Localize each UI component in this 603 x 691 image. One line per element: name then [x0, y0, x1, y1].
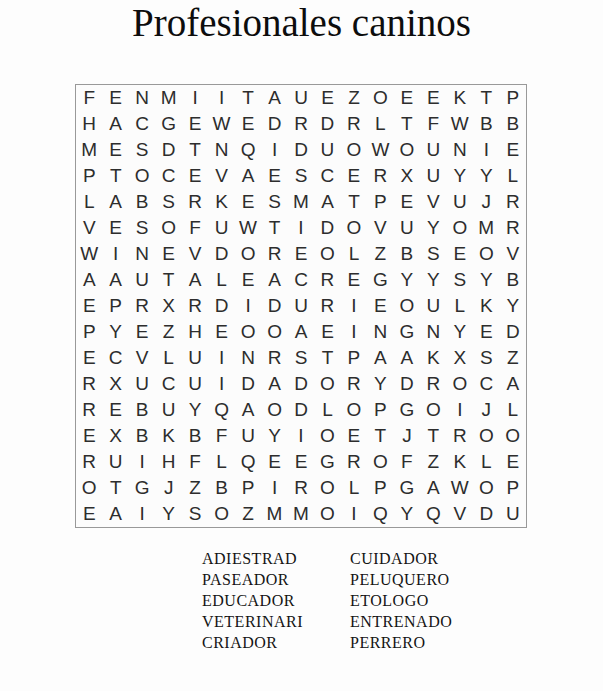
grid-cell-r12c8[interactable]: A — [261, 371, 287, 397]
grid-cell-r15c14[interactable]: Z — [420, 449, 446, 475]
grid-cell-r10c4[interactable]: Z — [155, 319, 181, 345]
grid-cell-r11c15[interactable]: X — [447, 345, 473, 371]
grid-cell-r6c11[interactable]: O — [341, 215, 367, 241]
grid-cell-r4c7[interactable]: A — [235, 163, 261, 189]
grid-cell-r6c14[interactable]: Y — [420, 215, 446, 241]
grid-cell-r6c2[interactable]: E — [102, 215, 128, 241]
grid-cell-r13c6[interactable]: Q — [208, 397, 234, 423]
grid-cell-r16c12[interactable]: P — [367, 475, 393, 501]
grid-cell-r16c6[interactable]: B — [208, 475, 234, 501]
grid-cell-r2c2[interactable]: A — [102, 111, 128, 137]
grid-cell-r16c15[interactable]: W — [447, 475, 473, 501]
grid-cell-r1c13[interactable]: E — [394, 85, 420, 111]
grid-cell-r8c12[interactable]: G — [367, 267, 393, 293]
word-item: PERRERO — [350, 632, 452, 653]
grid-cell-r1c16[interactable]: T — [473, 85, 499, 111]
grid-cell-r8c4[interactable]: T — [155, 267, 181, 293]
grid-cell-r2c16[interactable]: B — [473, 111, 499, 137]
grid-cell-r7c2[interactable]: I — [102, 241, 128, 267]
grid-cell-r7c12[interactable]: Z — [367, 241, 393, 267]
grid-cell-r6c15[interactable]: O — [447, 215, 473, 241]
grid-cell-r3c5[interactable]: T — [182, 137, 208, 163]
grid-cell-r2c7[interactable]: E — [235, 111, 261, 137]
grid-cell-r12c4[interactable]: C — [155, 371, 181, 397]
grid-cell-r16c13[interactable]: G — [394, 475, 420, 501]
grid-cell-r9c8[interactable]: D — [261, 293, 287, 319]
grid-cell-r6c5[interactable]: F — [182, 215, 208, 241]
grid-cell-r5c10[interactable]: A — [314, 189, 340, 215]
grid-cell-r1c5[interactable]: I — [182, 85, 208, 111]
grid-cell-r13c14[interactable]: O — [420, 397, 446, 423]
grid-cell-r4c9[interactable]: S — [288, 163, 314, 189]
grid-cell-r12c3[interactable]: U — [129, 371, 155, 397]
grid-cell-r13c7[interactable]: A — [235, 397, 261, 423]
grid-cell-r2c6[interactable]: W — [208, 111, 234, 137]
grid-cell-r12c12[interactable]: Y — [367, 371, 393, 397]
grid-cell-r5c9[interactable]: M — [288, 189, 314, 215]
grid-cell-r10c11[interactable]: I — [341, 319, 367, 345]
grid-cell-r10c16[interactable]: E — [473, 319, 499, 345]
grid-cell-r17c13[interactable]: Y — [394, 501, 420, 527]
grid-cell-r14c11[interactable]: E — [341, 423, 367, 449]
grid-cell-r16c14[interactable]: A — [420, 475, 446, 501]
grid-cell-r3c14[interactable]: U — [420, 137, 446, 163]
grid-cell-r17c3[interactable]: I — [129, 501, 155, 527]
grid-cell-r9c2[interactable]: P — [102, 293, 128, 319]
grid-cell-r7c10[interactable]: O — [314, 241, 340, 267]
grid-cell-r13c3[interactable]: B — [129, 397, 155, 423]
grid-cell-r15c4[interactable]: H — [155, 449, 181, 475]
grid-cell-r15c9[interactable]: E — [288, 449, 314, 475]
grid-cell-r6c17[interactable]: R — [500, 215, 526, 241]
grid-cell-r2c11[interactable]: R — [341, 111, 367, 137]
grid-cell-r15c8[interactable]: E — [261, 449, 287, 475]
grid-cell-r16c16[interactable]: O — [473, 475, 499, 501]
grid-cell-r5c2[interactable]: A — [102, 189, 128, 215]
grid-cell-r15c3[interactable]: I — [129, 449, 155, 475]
grid-cell-r7c8[interactable]: R — [261, 241, 287, 267]
grid-cell-r13c13[interactable]: G — [394, 397, 420, 423]
grid-cell-r11c16[interactable]: S — [473, 345, 499, 371]
grid-cell-r9c12[interactable]: E — [367, 293, 393, 319]
grid-cell-r16c5[interactable]: Z — [182, 475, 208, 501]
grid-cell-r10c10[interactable]: E — [314, 319, 340, 345]
grid-cell-r2c5[interactable]: E — [182, 111, 208, 137]
grid-cell-r1c11[interactable]: Z — [341, 85, 367, 111]
grid-cell-r13c15[interactable]: I — [447, 397, 473, 423]
grid-cell-r15c10[interactable]: G — [314, 449, 340, 475]
grid-cell-r15c7[interactable]: Q — [235, 449, 261, 475]
grid-cell-r9c10[interactable]: R — [314, 293, 340, 319]
grid-cell-r6c16[interactable]: M — [473, 215, 499, 241]
grid-cell-r12c1[interactable]: R — [76, 371, 102, 397]
grid-cell-r15c6[interactable]: L — [208, 449, 234, 475]
grid-cell-r9c15[interactable]: L — [447, 293, 473, 319]
word-item: EDUCADOR — [202, 590, 303, 611]
grid-cell-r7c6[interactable]: D — [208, 241, 234, 267]
grid-cell-r14c17[interactable]: O — [500, 423, 526, 449]
grid-cell-r14c9[interactable]: I — [288, 423, 314, 449]
grid-cell-r8c8[interactable]: A — [261, 267, 287, 293]
grid-cell-r17c5[interactable]: S — [182, 501, 208, 527]
grid-cell-r11c13[interactable]: A — [394, 345, 420, 371]
grid-cell-r5c15[interactable]: U — [447, 189, 473, 215]
grid-cell-r12c11[interactable]: R — [341, 371, 367, 397]
grid-cell-r2c10[interactable]: D — [314, 111, 340, 137]
grid-cell-r9c5[interactable]: R — [182, 293, 208, 319]
grid-cell-r11c2[interactable]: C — [102, 345, 128, 371]
grid-cell-r7c13[interactable]: B — [394, 241, 420, 267]
grid-cell-r2c13[interactable]: T — [394, 111, 420, 137]
grid-cell-r1c9[interactable]: U — [288, 85, 314, 111]
grid-cell-r16c11[interactable]: L — [341, 475, 367, 501]
grid-cell-r14c15[interactable]: R — [447, 423, 473, 449]
grid-cell-r7c15[interactable]: E — [447, 241, 473, 267]
grid-cell-r9c17[interactable]: Y — [500, 293, 526, 319]
letter-grid: FENMIITAUEZOEEKTPHACGEWEDRDRLTFWBBMESDTN… — [75, 84, 527, 528]
grid-cell-r13c12[interactable]: P — [367, 397, 393, 423]
grid-cell-r13c4[interactable]: U — [155, 397, 181, 423]
word-item: VETERINARI — [202, 611, 303, 632]
grid-cell-r11c12[interactable]: A — [367, 345, 393, 371]
grid-cell-r4c2[interactable]: T — [102, 163, 128, 189]
grid-cell-r7c7[interactable]: O — [235, 241, 261, 267]
grid-cell-r16c10[interactable]: O — [314, 475, 340, 501]
grid-cell-r4c6[interactable]: V — [208, 163, 234, 189]
grid-cell-r11c4[interactable]: L — [155, 345, 181, 371]
grid-cell-r7c14[interactable]: S — [420, 241, 446, 267]
grid-cell-r15c11[interactable]: R — [341, 449, 367, 475]
grid-cell-r13c16[interactable]: J — [473, 397, 499, 423]
grid-cell-r6c12[interactable]: V — [367, 215, 393, 241]
grid-cell-r1c2[interactable]: E — [102, 85, 128, 111]
grid-cell-r11c10[interactable]: T — [314, 345, 340, 371]
grid-cell-r15c2[interactable]: U — [102, 449, 128, 475]
grid-cell-r1c6[interactable]: I — [208, 85, 234, 111]
grid-cell-r14c16[interactable]: O — [473, 423, 499, 449]
grid-cell-r12c10[interactable]: O — [314, 371, 340, 397]
grid-cell-r17c14[interactable]: Q — [420, 501, 446, 527]
grid-cell-r2c8[interactable]: D — [261, 111, 287, 137]
grid-cell-r8c7[interactable]: E — [235, 267, 261, 293]
grid-cell-r12c5[interactable]: U — [182, 371, 208, 397]
grid-cell-r17c1[interactable]: E — [76, 501, 102, 527]
grid-cell-r11c1[interactable]: E — [76, 345, 102, 371]
grid-cell-r8c15[interactable]: S — [447, 267, 473, 293]
grid-cell-r14c5[interactable]: B — [182, 423, 208, 449]
grid-cell-r16c17[interactable]: P — [500, 475, 526, 501]
grid-cell-r1c12[interactable]: O — [367, 85, 393, 111]
grid-cell-r1c10[interactable]: E — [314, 85, 340, 111]
grid-cell-r12c14[interactable]: R — [420, 371, 446, 397]
grid-cell-r10c2[interactable]: Y — [102, 319, 128, 345]
grid-cell-r8c9[interactable]: C — [288, 267, 314, 293]
grid-cell-r5c17[interactable]: R — [500, 189, 526, 215]
grid-cell-r1c4[interactable]: M — [155, 85, 181, 111]
grid-cell-r7c16[interactable]: O — [473, 241, 499, 267]
grid-cell-r12c17[interactable]: A — [500, 371, 526, 397]
grid-cell-r4c16[interactable]: Y — [473, 163, 499, 189]
grid-cell-r17c10[interactable]: O — [314, 501, 340, 527]
grid-cell-r13c1[interactable]: R — [76, 397, 102, 423]
grid-cell-r2c3[interactable]: C — [129, 111, 155, 137]
grid-cell-r5c7[interactable]: E — [235, 189, 261, 215]
grid-cell-r12c13[interactable]: D — [394, 371, 420, 397]
grid-cell-r17c17[interactable]: U — [500, 501, 526, 527]
grid-cell-r5c14[interactable]: V — [420, 189, 446, 215]
grid-cell-r2c15[interactable]: W — [447, 111, 473, 137]
grid-cell-r15c16[interactable]: L — [473, 449, 499, 475]
grid-cell-r12c15[interactable]: O — [447, 371, 473, 397]
grid-cell-r5c8[interactable]: S — [261, 189, 287, 215]
grid-cell-r4c8[interactable]: E — [261, 163, 287, 189]
word-item: PELUQUERO — [350, 569, 452, 590]
grid-cell-r9c14[interactable]: U — [420, 293, 446, 319]
grid-cell-r7c11[interactable]: L — [341, 241, 367, 267]
grid-cell-r3c2[interactable]: E — [102, 137, 128, 163]
grid-cell-r11c7[interactable]: N — [235, 345, 261, 371]
grid-cell-r8c16[interactable]: Y — [473, 267, 499, 293]
grid-cell-r2c4[interactable]: G — [155, 111, 181, 137]
grid-cell-r14c13[interactable]: J — [394, 423, 420, 449]
grid-cell-r15c12[interactable]: O — [367, 449, 393, 475]
grid-cell-r5c1[interactable]: L — [76, 189, 102, 215]
grid-cell-r8c10[interactable]: R — [314, 267, 340, 293]
grid-cell-r17c2[interactable]: A — [102, 501, 128, 527]
grid-cell-r2c9[interactable]: R — [288, 111, 314, 137]
grid-cell-r16c9[interactable]: R — [288, 475, 314, 501]
grid-cell-r2c1[interactable]: H — [76, 111, 102, 137]
grid-cell-r11c8[interactable]: R — [261, 345, 287, 371]
grid-cell-r11c17[interactable]: Z — [500, 345, 526, 371]
grid-cell-r7c1[interactable]: W — [76, 241, 102, 267]
grid-cell-r9c4[interactable]: X — [155, 293, 181, 319]
grid-cell-r6c8[interactable]: T — [261, 215, 287, 241]
grid-cell-r14c6[interactable]: F — [208, 423, 234, 449]
grid-cell-r1c1[interactable]: F — [76, 85, 102, 111]
grid-cell-r4c13[interactable]: X — [394, 163, 420, 189]
grid-cell-r3c13[interactable]: O — [394, 137, 420, 163]
grid-cell-r9c16[interactable]: K — [473, 293, 499, 319]
grid-cell-r6c9[interactable]: I — [288, 215, 314, 241]
grid-cell-r3c1[interactable]: M — [76, 137, 102, 163]
grid-cell-r5c12[interactable]: P — [367, 189, 393, 215]
grid-cell-r12c6[interactable]: I — [208, 371, 234, 397]
grid-cell-r4c17[interactable]: L — [500, 163, 526, 189]
grid-cell-r11c5[interactable]: U — [182, 345, 208, 371]
grid-cell-r8c3[interactable]: U — [129, 267, 155, 293]
grid-cell-r5c4[interactable]: S — [155, 189, 181, 215]
grid-cell-r14c4[interactable]: K — [155, 423, 181, 449]
grid-cell-r1c17[interactable]: P — [500, 85, 526, 111]
grid-cell-r10c3[interactable]: E — [129, 319, 155, 345]
grid-cell-r2c17[interactable]: B — [500, 111, 526, 137]
grid-cell-r15c13[interactable]: F — [394, 449, 420, 475]
grid-cell-r10c7[interactable]: O — [235, 319, 261, 345]
grid-cell-r13c17[interactable]: L — [500, 397, 526, 423]
grid-cell-r3c12[interactable]: W — [367, 137, 393, 163]
grid-cell-r8c1[interactable]: A — [76, 267, 102, 293]
grid-cell-r12c9[interactable]: D — [288, 371, 314, 397]
grid-cell-r16c1[interactable]: O — [76, 475, 102, 501]
grid-cell-r11c11[interactable]: P — [341, 345, 367, 371]
grid-cell-r9c7[interactable]: I — [235, 293, 261, 319]
grid-cell-r2c12[interactable]: L — [367, 111, 393, 137]
grid-cell-r1c3[interactable]: N — [129, 85, 155, 111]
grid-cell-r7c3[interactable]: N — [129, 241, 155, 267]
grid-cell-r12c16[interactable]: C — [473, 371, 499, 397]
grid-cell-r10c1[interactable]: P — [76, 319, 102, 345]
grid-cell-r6c3[interactable]: S — [129, 215, 155, 241]
grid-cell-r6c6[interactable]: U — [208, 215, 234, 241]
grid-cell-r6c10[interactable]: D — [314, 215, 340, 241]
grid-cell-r16c3[interactable]: G — [129, 475, 155, 501]
grid-cell-r3c6[interactable]: N — [208, 137, 234, 163]
grid-cell-r10c13[interactable]: G — [394, 319, 420, 345]
grid-cell-r9c1[interactable]: E — [76, 293, 102, 319]
grid-cell-r12c7[interactable]: D — [235, 371, 261, 397]
grid-cell-r3c8[interactable]: I — [261, 137, 287, 163]
grid-cell-r7c4[interactable]: E — [155, 241, 181, 267]
grid-cell-r5c13[interactable]: E — [394, 189, 420, 215]
grid-cell-r4c12[interactable]: R — [367, 163, 393, 189]
grid-cell-r6c7[interactable]: W — [235, 215, 261, 241]
grid-cell-r8c5[interactable]: A — [182, 267, 208, 293]
grid-cell-r4c5[interactable]: E — [182, 163, 208, 189]
grid-cell-r10c8[interactable]: O — [261, 319, 287, 345]
grid-cell-r8c14[interactable]: Y — [420, 267, 446, 293]
grid-cell-r10c12[interactable]: N — [367, 319, 393, 345]
word-item: ENTRENADO — [350, 611, 452, 632]
grid-cell-r2c14[interactable]: F — [420, 111, 446, 137]
word-item: ETOLOGO — [350, 590, 452, 611]
grid-cell-r6c13[interactable]: U — [394, 215, 420, 241]
grid-cell-r10c5[interactable]: H — [182, 319, 208, 345]
grid-cell-r17c9[interactable]: M — [288, 501, 314, 527]
grid-cell-r9c11[interactable]: I — [341, 293, 367, 319]
grid-cell-r11c9[interactable]: S — [288, 345, 314, 371]
grid-cell-r1c8[interactable]: A — [261, 85, 287, 111]
grid-cell-r4c3[interactable]: O — [129, 163, 155, 189]
grid-cell-r11c6[interactable]: I — [208, 345, 234, 371]
grid-cell-r3c9[interactable]: D — [288, 137, 314, 163]
grid-cell-r13c5[interactable]: Y — [182, 397, 208, 423]
grid-cell-r16c7[interactable]: P — [235, 475, 261, 501]
grid-cell-r17c7[interactable]: Z — [235, 501, 261, 527]
grid-cell-r8c17[interactable]: B — [500, 267, 526, 293]
grid-cell-r1c15[interactable]: K — [447, 85, 473, 111]
grid-cell-r12c2[interactable]: X — [102, 371, 128, 397]
grid-cell-r16c4[interactable]: J — [155, 475, 181, 501]
grid-cell-r14c12[interactable]: T — [367, 423, 393, 449]
grid-cell-r13c11[interactable]: O — [341, 397, 367, 423]
grid-cell-r15c1[interactable]: R — [76, 449, 102, 475]
grid-cell-r3c3[interactable]: S — [129, 137, 155, 163]
grid-cell-r9c13[interactable]: O — [394, 293, 420, 319]
grid-cell-r4c14[interactable]: U — [420, 163, 446, 189]
grid-cell-r3c10[interactable]: U — [314, 137, 340, 163]
grid-cell-r3c11[interactable]: O — [341, 137, 367, 163]
word-item: ADIESTRAD — [202, 548, 303, 569]
grid-cell-r4c1[interactable]: P — [76, 163, 102, 189]
grid-cell-r16c8[interactable]: I — [261, 475, 287, 501]
grid-cell-r10c9[interactable]: A — [288, 319, 314, 345]
grid-cell-r10c17[interactable]: D — [500, 319, 526, 345]
grid-cell-r10c6[interactable]: E — [208, 319, 234, 345]
grid-cell-r8c13[interactable]: Y — [394, 267, 420, 293]
grid-cell-r13c9[interactable]: D — [288, 397, 314, 423]
grid-cell-r8c11[interactable]: E — [341, 267, 367, 293]
grid-cell-r3c15[interactable]: N — [447, 137, 473, 163]
grid-cell-r9c6[interactable]: D — [208, 293, 234, 319]
grid-cell-r7c5[interactable]: V — [182, 241, 208, 267]
grid-cell-r4c15[interactable]: Y — [447, 163, 473, 189]
grid-cell-r5c3[interactable]: B — [129, 189, 155, 215]
grid-cell-r14c7[interactable]: U — [235, 423, 261, 449]
grid-cell-r3c17[interactable]: E — [500, 137, 526, 163]
grid-cell-r4c11[interactable]: E — [341, 163, 367, 189]
grid-cell-r14c8[interactable]: Y — [261, 423, 287, 449]
grid-cell-r3c7[interactable]: Q — [235, 137, 261, 163]
grid-cell-r14c3[interactable]: B — [129, 423, 155, 449]
grid-cell-r17c4[interactable]: Y — [155, 501, 181, 527]
grid-cell-r6c1[interactable]: V — [76, 215, 102, 241]
word-item: CRIADOR — [202, 632, 303, 653]
grid-cell-r17c6[interactable]: O — [208, 501, 234, 527]
grid-cell-r14c2[interactable]: X — [102, 423, 128, 449]
grid-cell-r1c14[interactable]: E — [420, 85, 446, 111]
grid-cell-r10c15[interactable]: Y — [447, 319, 473, 345]
grid-cell-r5c11[interactable]: T — [341, 189, 367, 215]
grid-cell-r4c4[interactable]: C — [155, 163, 181, 189]
grid-cell-r14c1[interactable]: E — [76, 423, 102, 449]
grid-cell-r10c14[interactable]: N — [420, 319, 446, 345]
grid-cell-r13c8[interactable]: O — [261, 397, 287, 423]
grid-cell-r7c17[interactable]: V — [500, 241, 526, 267]
grid-cell-r6c4[interactable]: O — [155, 215, 181, 241]
grid-cell-r17c12[interactable]: Q — [367, 501, 393, 527]
grid-cell-r9c9[interactable]: U — [288, 293, 314, 319]
grid-cell-r13c2[interactable]: E — [102, 397, 128, 423]
grid-cell-r14c14[interactable]: T — [420, 423, 446, 449]
grid-cell-r5c16[interactable]: J — [473, 189, 499, 215]
grid-cell-r15c15[interactable]: K — [447, 449, 473, 475]
grid-cell-r16c2[interactable]: T — [102, 475, 128, 501]
grid-cell-r8c6[interactable]: L — [208, 267, 234, 293]
grid-cell-r17c8[interactable]: M — [261, 501, 287, 527]
grid-cell-r1c7[interactable]: T — [235, 85, 261, 111]
grid-cell-r9c3[interactable]: R — [129, 293, 155, 319]
grid-cell-r5c5[interactable]: R — [182, 189, 208, 215]
grid-cell-r17c11[interactable]: I — [341, 501, 367, 527]
grid-cell-r13c10[interactable]: L — [314, 397, 340, 423]
grid-cell-r14c10[interactable]: O — [314, 423, 340, 449]
grid-cell-r17c16[interactable]: D — [473, 501, 499, 527]
grid-cell-r17c15[interactable]: V — [447, 501, 473, 527]
grid-cell-r11c14[interactable]: K — [420, 345, 446, 371]
word-list-right: CUIDADORPELUQUEROETOLOGOENTRENADOPERRERO — [350, 548, 452, 653]
grid-cell-r8c2[interactable]: A — [102, 267, 128, 293]
grid-cell-r5c6[interactable]: K — [208, 189, 234, 215]
grid-cell-r11c3[interactable]: V — [129, 345, 155, 371]
grid-cell-r15c17[interactable]: E — [500, 449, 526, 475]
word-item: PASEADOR — [202, 569, 303, 590]
grid-cell-r4c10[interactable]: C — [314, 163, 340, 189]
grid-cell-r3c16[interactable]: I — [473, 137, 499, 163]
grid-cell-r7c9[interactable]: E — [288, 241, 314, 267]
grid-cell-r3c4[interactable]: D — [155, 137, 181, 163]
grid-cell-r15c5[interactable]: F — [182, 449, 208, 475]
